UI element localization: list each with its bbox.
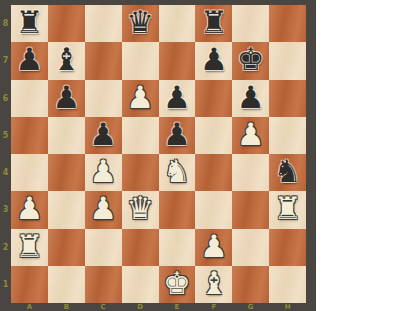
square-c5[interactable]: ♟ xyxy=(85,117,122,154)
square-a5[interactable] xyxy=(11,117,48,154)
square-c4[interactable]: ♟ xyxy=(85,154,122,191)
square-b6[interactable]: ♟ xyxy=(48,80,85,117)
square-f7[interactable]: ♟ xyxy=(195,42,232,79)
rank-label: 6 xyxy=(0,80,11,117)
square-g7[interactable]: ♚ xyxy=(232,42,269,79)
square-b4[interactable] xyxy=(48,154,85,191)
file-label: E xyxy=(159,303,196,311)
square-g8[interactable] xyxy=(232,5,269,42)
piece-black-pawn[interactable]: ♟ xyxy=(200,44,228,75)
square-d6[interactable]: ♟ xyxy=(122,80,159,117)
square-b7[interactable]: ♝ xyxy=(48,42,85,79)
square-h7[interactable] xyxy=(269,42,306,79)
square-g5[interactable]: ♟ xyxy=(232,117,269,154)
square-f4[interactable] xyxy=(195,154,232,191)
square-d1[interactable] xyxy=(122,266,159,303)
square-b3[interactable] xyxy=(48,191,85,228)
square-g3[interactable] xyxy=(232,191,269,228)
piece-black-king[interactable]: ♚ xyxy=(237,44,265,75)
square-f3[interactable] xyxy=(195,191,232,228)
square-b5[interactable] xyxy=(48,117,85,154)
piece-black-knight[interactable]: ♞ xyxy=(274,156,302,187)
square-e6[interactable]: ♟ xyxy=(159,80,196,117)
piece-white-knight[interactable]: ♞ xyxy=(163,156,191,187)
square-a8[interactable]: ♜ xyxy=(11,5,48,42)
piece-white-pawn[interactable]: ♟ xyxy=(89,156,117,187)
piece-black-pawn[interactable]: ♟ xyxy=(89,119,117,150)
file-label: H xyxy=(269,303,306,311)
file-label: G xyxy=(232,303,269,311)
square-c6[interactable] xyxy=(85,80,122,117)
file-label: C xyxy=(85,303,122,311)
rank-coordinates: 8 7 6 5 4 3 2 1 xyxy=(0,5,11,303)
square-b2[interactable] xyxy=(48,229,85,266)
square-a4[interactable] xyxy=(11,154,48,191)
square-a3[interactable]: ♟ xyxy=(11,191,48,228)
square-a1[interactable] xyxy=(11,266,48,303)
piece-white-pawn[interactable]: ♟ xyxy=(89,193,117,224)
piece-black-pawn[interactable]: ♟ xyxy=(16,44,44,75)
square-h4[interactable]: ♞ xyxy=(269,154,306,191)
square-d4[interactable] xyxy=(122,154,159,191)
square-e1[interactable]: ♚ xyxy=(159,266,196,303)
square-e2[interactable] xyxy=(159,229,196,266)
square-h8[interactable] xyxy=(269,5,306,42)
rank-label: 5 xyxy=(0,117,11,154)
rank-label: 3 xyxy=(0,191,11,228)
square-a6[interactable] xyxy=(11,80,48,117)
piece-white-rook[interactable]: ♜ xyxy=(16,231,44,262)
piece-black-rook[interactable]: ♜ xyxy=(200,7,228,38)
piece-black-rook[interactable]: ♜ xyxy=(16,7,44,38)
file-label: F xyxy=(195,303,232,311)
square-g1[interactable] xyxy=(232,266,269,303)
square-c1[interactable] xyxy=(85,266,122,303)
piece-black-pawn[interactable]: ♟ xyxy=(163,82,191,113)
square-c8[interactable] xyxy=(85,5,122,42)
piece-white-pawn[interactable]: ♟ xyxy=(126,82,154,113)
square-g6[interactable]: ♟ xyxy=(232,80,269,117)
square-d2[interactable] xyxy=(122,229,159,266)
square-a7[interactable]: ♟ xyxy=(11,42,48,79)
piece-white-bishop[interactable]: ♝ xyxy=(200,268,228,299)
file-label: D xyxy=(122,303,159,311)
piece-black-pawn[interactable]: ♟ xyxy=(163,119,191,150)
square-d5[interactable] xyxy=(122,117,159,154)
chess-board[interactable]: ♜♛♜♟♝♟♚♟♟♟♟♟♟♟♟♞♞♟♟♛♜♜♟♚♝ xyxy=(11,5,306,303)
square-d8[interactable]: ♛ xyxy=(122,5,159,42)
square-a2[interactable]: ♜ xyxy=(11,229,48,266)
square-c7[interactable] xyxy=(85,42,122,79)
file-label: B xyxy=(48,303,85,311)
piece-black-pawn[interactable]: ♟ xyxy=(237,82,265,113)
square-e7[interactable] xyxy=(159,42,196,79)
piece-white-pawn[interactable]: ♟ xyxy=(237,119,265,150)
square-g2[interactable] xyxy=(232,229,269,266)
square-c3[interactable]: ♟ xyxy=(85,191,122,228)
piece-black-bishop[interactable]: ♝ xyxy=(52,44,80,75)
piece-white-pawn[interactable]: ♟ xyxy=(16,193,44,224)
piece-white-queen[interactable]: ♛ xyxy=(126,193,154,224)
board-frame: 8 7 6 5 4 3 2 1 ♜♛♜♟♝♟♚♟♟♟♟♟♟♟♟♞♞♟♟♛♜♜♟♚… xyxy=(0,0,316,311)
square-h5[interactable] xyxy=(269,117,306,154)
square-c2[interactable] xyxy=(85,229,122,266)
rank-label: 7 xyxy=(0,42,11,79)
rank-label: 1 xyxy=(0,266,11,303)
piece-white-rook[interactable]: ♜ xyxy=(274,193,302,224)
file-coordinates: A B C D E F G H xyxy=(11,303,306,311)
square-e3[interactable] xyxy=(159,191,196,228)
rank-label: 8 xyxy=(0,5,11,42)
piece-white-king[interactable]: ♚ xyxy=(163,268,191,299)
square-b8[interactable] xyxy=(48,5,85,42)
square-f8[interactable]: ♜ xyxy=(195,5,232,42)
piece-black-pawn[interactable]: ♟ xyxy=(52,82,80,113)
square-h6[interactable] xyxy=(269,80,306,117)
square-b1[interactable] xyxy=(48,266,85,303)
square-h2[interactable] xyxy=(269,229,306,266)
square-e5[interactable]: ♟ xyxy=(159,117,196,154)
square-h1[interactable] xyxy=(269,266,306,303)
square-d3[interactable]: ♛ xyxy=(122,191,159,228)
square-f1[interactable]: ♝ xyxy=(195,266,232,303)
piece-black-queen[interactable]: ♛ xyxy=(126,7,154,38)
square-e8[interactable] xyxy=(159,5,196,42)
piece-white-pawn[interactable]: ♟ xyxy=(200,231,228,262)
square-f6[interactable] xyxy=(195,80,232,117)
square-f2[interactable]: ♟ xyxy=(195,229,232,266)
rank-label: 2 xyxy=(0,229,11,266)
square-f5[interactable] xyxy=(195,117,232,154)
square-d7[interactable] xyxy=(122,42,159,79)
file-label: A xyxy=(11,303,48,311)
square-g4[interactable] xyxy=(232,154,269,191)
square-h3[interactable]: ♜ xyxy=(269,191,306,228)
rank-label: 4 xyxy=(0,154,11,191)
square-e4[interactable]: ♞ xyxy=(159,154,196,191)
